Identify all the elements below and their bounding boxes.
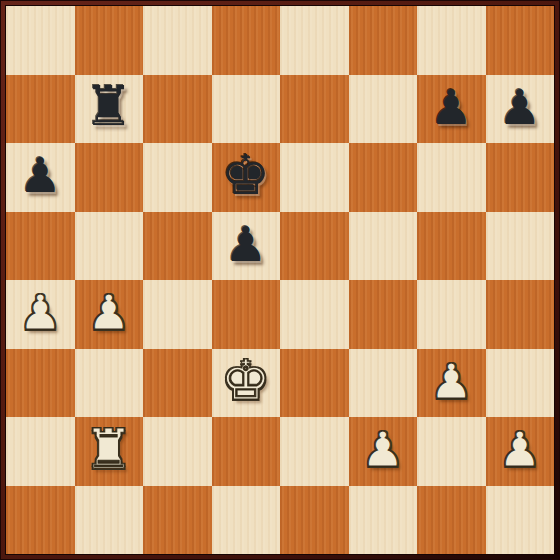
square-h6[interactable] bbox=[486, 143, 555, 212]
square-b5[interactable] bbox=[75, 212, 144, 281]
square-c1[interactable] bbox=[143, 486, 212, 555]
square-e8[interactable] bbox=[280, 6, 349, 75]
square-e6[interactable] bbox=[280, 143, 349, 212]
square-b8[interactable] bbox=[75, 6, 144, 75]
white-pawn-f2[interactable]: ♟ bbox=[361, 425, 404, 473]
square-h1[interactable] bbox=[486, 486, 555, 555]
square-c6[interactable] bbox=[143, 143, 212, 212]
square-f7[interactable] bbox=[349, 75, 418, 144]
square-d4[interactable] bbox=[212, 280, 281, 349]
square-d3[interactable]: ♚ bbox=[212, 349, 281, 418]
square-c5[interactable] bbox=[143, 212, 212, 281]
square-a8[interactable] bbox=[6, 6, 75, 75]
board-frame: ♜♟♟♟♚♟♟♟♚♟♜♟♟ bbox=[0, 0, 560, 560]
square-d5[interactable]: ♟ bbox=[212, 212, 281, 281]
square-g1[interactable] bbox=[417, 486, 486, 555]
black-rook-b7[interactable]: ♜ bbox=[84, 79, 133, 134]
square-e2[interactable] bbox=[280, 417, 349, 486]
square-a5[interactable] bbox=[6, 212, 75, 281]
square-a3[interactable] bbox=[6, 349, 75, 418]
chess-board: ♜♟♟♟♚♟♟♟♚♟♜♟♟ bbox=[6, 6, 554, 554]
black-pawn-g7[interactable]: ♟ bbox=[430, 83, 473, 131]
square-a7[interactable] bbox=[6, 75, 75, 144]
square-c2[interactable] bbox=[143, 417, 212, 486]
square-d2[interactable] bbox=[212, 417, 281, 486]
square-g2[interactable] bbox=[417, 417, 486, 486]
square-h4[interactable] bbox=[486, 280, 555, 349]
white-pawn-h2[interactable]: ♟ bbox=[498, 425, 541, 473]
square-h2[interactable]: ♟ bbox=[486, 417, 555, 486]
black-king-d6[interactable]: ♚ bbox=[221, 148, 270, 203]
square-b7[interactable]: ♜ bbox=[75, 75, 144, 144]
square-d1[interactable] bbox=[212, 486, 281, 555]
square-b2[interactable]: ♜ bbox=[75, 417, 144, 486]
square-a2[interactable] bbox=[6, 417, 75, 486]
square-e4[interactable] bbox=[280, 280, 349, 349]
square-e3[interactable] bbox=[280, 349, 349, 418]
square-g5[interactable] bbox=[417, 212, 486, 281]
square-a1[interactable] bbox=[6, 486, 75, 555]
square-h8[interactable] bbox=[486, 6, 555, 75]
white-rook-b2[interactable]: ♜ bbox=[84, 422, 133, 477]
square-b6[interactable] bbox=[75, 143, 144, 212]
black-pawn-d5[interactable]: ♟ bbox=[224, 220, 267, 268]
square-f6[interactable] bbox=[349, 143, 418, 212]
square-e5[interactable] bbox=[280, 212, 349, 281]
square-f4[interactable] bbox=[349, 280, 418, 349]
square-g4[interactable] bbox=[417, 280, 486, 349]
square-c3[interactable] bbox=[143, 349, 212, 418]
square-f8[interactable] bbox=[349, 6, 418, 75]
square-f5[interactable] bbox=[349, 212, 418, 281]
square-b3[interactable] bbox=[75, 349, 144, 418]
white-pawn-b4[interactable]: ♟ bbox=[87, 288, 130, 336]
square-a6[interactable]: ♟ bbox=[6, 143, 75, 212]
white-pawn-g3[interactable]: ♟ bbox=[430, 357, 473, 405]
square-g3[interactable]: ♟ bbox=[417, 349, 486, 418]
square-e7[interactable] bbox=[280, 75, 349, 144]
square-d8[interactable] bbox=[212, 6, 281, 75]
square-b4[interactable]: ♟ bbox=[75, 280, 144, 349]
black-pawn-a6[interactable]: ♟ bbox=[19, 151, 62, 199]
square-c7[interactable] bbox=[143, 75, 212, 144]
square-e1[interactable] bbox=[280, 486, 349, 555]
white-pawn-a4[interactable]: ♟ bbox=[19, 288, 62, 336]
square-d6[interactable]: ♚ bbox=[212, 143, 281, 212]
square-d7[interactable] bbox=[212, 75, 281, 144]
white-king-d3[interactable]: ♚ bbox=[221, 353, 270, 408]
square-b1[interactable] bbox=[75, 486, 144, 555]
square-c4[interactable] bbox=[143, 280, 212, 349]
square-g6[interactable] bbox=[417, 143, 486, 212]
square-h3[interactable] bbox=[486, 349, 555, 418]
black-pawn-h7[interactable]: ♟ bbox=[498, 83, 541, 131]
square-g8[interactable] bbox=[417, 6, 486, 75]
square-f1[interactable] bbox=[349, 486, 418, 555]
square-g7[interactable]: ♟ bbox=[417, 75, 486, 144]
square-h7[interactable]: ♟ bbox=[486, 75, 555, 144]
square-c8[interactable] bbox=[143, 6, 212, 75]
square-h5[interactable] bbox=[486, 212, 555, 281]
square-f2[interactable]: ♟ bbox=[349, 417, 418, 486]
square-f3[interactable] bbox=[349, 349, 418, 418]
square-a4[interactable]: ♟ bbox=[6, 280, 75, 349]
